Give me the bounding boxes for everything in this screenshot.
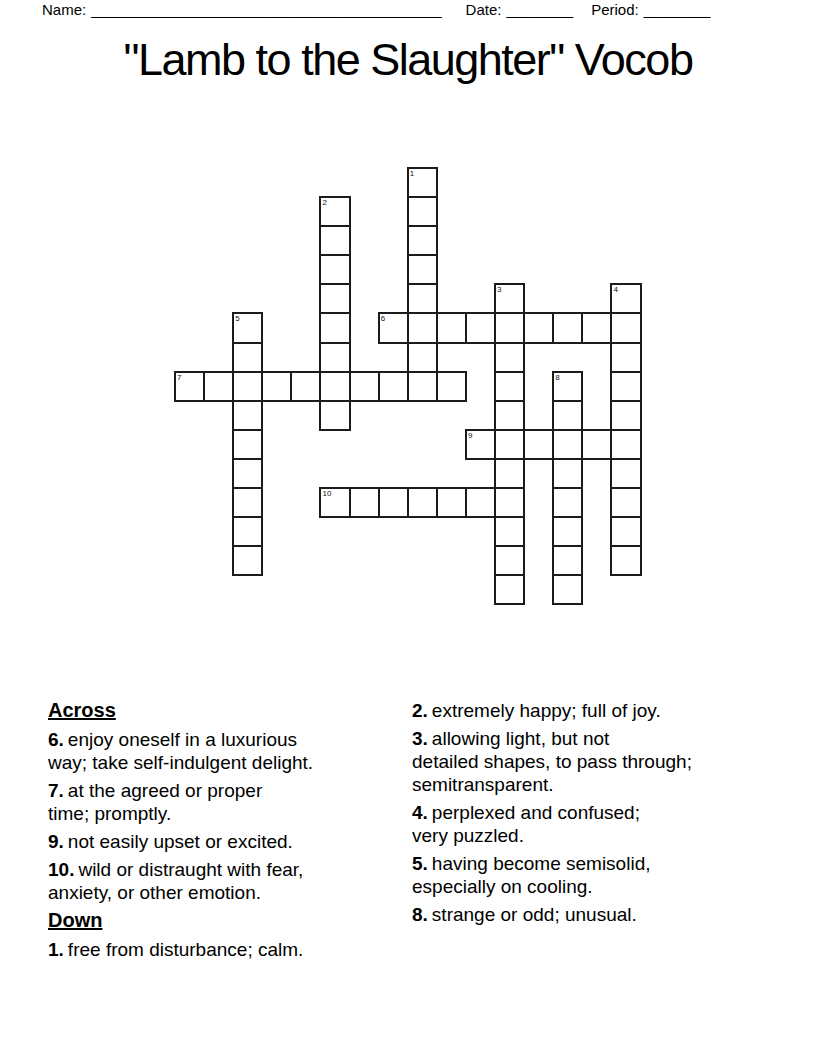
clue-down-1: 1.free from disturbance; calm. bbox=[48, 938, 393, 961]
cell-r5c12[interactable] bbox=[523, 312, 554, 343]
cell-r4c11[interactable]: 3 bbox=[494, 283, 525, 314]
cell-r11c2[interactable] bbox=[232, 487, 263, 518]
cell-r10c13[interactable] bbox=[552, 458, 583, 489]
cell-r8c5[interactable] bbox=[319, 400, 350, 431]
cell-number-1: 1 bbox=[410, 169, 414, 179]
cell-r7c5[interactable] bbox=[319, 371, 350, 402]
worksheet-header: Name:___________________________________… bbox=[0, 1, 816, 18]
cell-r0c8[interactable]: 1 bbox=[407, 167, 438, 198]
cell-r11c13[interactable] bbox=[552, 487, 583, 518]
cell-r12c11[interactable] bbox=[494, 516, 525, 547]
clue-text: detailed shapes, to pass through; bbox=[412, 751, 692, 772]
cell-r9c11[interactable] bbox=[494, 429, 525, 460]
cell-r7c8[interactable] bbox=[407, 371, 438, 402]
cell-r10c15[interactable] bbox=[610, 458, 641, 489]
cell-r11c5[interactable]: 10 bbox=[319, 487, 350, 518]
clue-text: extremely happy; full of joy. bbox=[432, 700, 661, 721]
cell-r1c5[interactable]: 2 bbox=[319, 196, 350, 227]
cell-r11c6[interactable] bbox=[349, 487, 380, 518]
cell-r14c11[interactable] bbox=[494, 574, 525, 605]
clue-number: 6. bbox=[48, 729, 64, 750]
cell-number-8: 8 bbox=[555, 373, 559, 383]
cell-r5c14[interactable] bbox=[581, 312, 612, 343]
cell-r4c8[interactable] bbox=[407, 283, 438, 314]
cell-r11c7[interactable] bbox=[378, 487, 409, 518]
cell-r7c2[interactable] bbox=[232, 371, 263, 402]
date-label: Date: bbox=[466, 1, 502, 18]
cell-r5c10[interactable] bbox=[465, 312, 496, 343]
cell-number-10: 10 bbox=[322, 489, 331, 499]
cell-r9c14[interactable] bbox=[581, 429, 612, 460]
cell-r11c10[interactable] bbox=[465, 487, 496, 518]
cell-number-3: 3 bbox=[497, 285, 501, 295]
cell-r9c2[interactable] bbox=[232, 429, 263, 460]
cell-number-9: 9 bbox=[468, 431, 472, 441]
cell-r3c5[interactable] bbox=[319, 254, 350, 285]
cell-r7c3[interactable] bbox=[261, 371, 292, 402]
crossword-grid: 12345678910 bbox=[175, 168, 641, 604]
cell-r12c13[interactable] bbox=[552, 516, 583, 547]
cell-r7c9[interactable] bbox=[436, 371, 467, 402]
clues-column-right: 2.extremely happy; full of joy. 3.allowi… bbox=[412, 699, 772, 931]
cell-r3c8[interactable] bbox=[407, 254, 438, 285]
cell-r5c9[interactable] bbox=[436, 312, 467, 343]
clue-number: 2. bbox=[412, 700, 428, 721]
clue-number: 4. bbox=[412, 802, 428, 823]
clue-text: way; take self-indulgent delight. bbox=[48, 752, 313, 773]
clue-down-3: 3.allowing light, but notdetailed shapes… bbox=[412, 727, 772, 796]
cell-r9c12[interactable] bbox=[523, 429, 554, 460]
cell-r7c6[interactable] bbox=[349, 371, 380, 402]
clue-text: perplexed and confused; bbox=[432, 802, 640, 823]
clue-down-8: 8.strange or odd; unusual. bbox=[412, 903, 772, 926]
clue-number: 5. bbox=[412, 853, 428, 874]
clue-number: 9. bbox=[48, 831, 64, 852]
cell-r13c15[interactable] bbox=[610, 545, 641, 576]
cell-r9c13[interactable] bbox=[552, 429, 583, 460]
clue-text: very puzzled. bbox=[412, 825, 524, 846]
cell-r11c11[interactable] bbox=[494, 487, 525, 518]
cell-r12c2[interactable] bbox=[232, 516, 263, 547]
clue-text: wild or distraught with fear, bbox=[78, 859, 303, 880]
cell-r13c2[interactable] bbox=[232, 545, 263, 576]
cell-r6c15[interactable] bbox=[610, 342, 641, 373]
cell-number-4: 4 bbox=[613, 285, 617, 295]
cell-r8c13[interactable] bbox=[552, 400, 583, 431]
cell-r2c8[interactable] bbox=[407, 225, 438, 256]
clue-text: having become semisolid, bbox=[432, 853, 651, 874]
clue-text: anxiety, or other emotion. bbox=[48, 882, 261, 903]
cell-r5c7[interactable]: 6 bbox=[378, 312, 409, 343]
period-blank-line[interactable]: ________ bbox=[644, 1, 711, 18]
clue-text: allowing light, but not bbox=[432, 728, 609, 749]
cell-r13c13[interactable] bbox=[552, 545, 583, 576]
clue-down-5: 5.having become semisolid,especially on … bbox=[412, 852, 772, 898]
cell-r6c2[interactable] bbox=[232, 342, 263, 373]
clues-column-left: Across 6.enjoy oneself in a luxuriousway… bbox=[48, 699, 393, 966]
cell-r11c9[interactable] bbox=[436, 487, 467, 518]
clue-number: 3. bbox=[412, 728, 428, 749]
clue-number: 10. bbox=[48, 859, 74, 880]
cell-r8c2[interactable] bbox=[232, 400, 263, 431]
cell-r5c8[interactable] bbox=[407, 312, 438, 343]
cell-number-2: 2 bbox=[322, 198, 326, 208]
clue-text: free from disturbance; calm. bbox=[68, 939, 303, 960]
cell-r8c15[interactable] bbox=[610, 400, 641, 431]
cell-r5c13[interactable] bbox=[552, 312, 583, 343]
clue-text: semitransparent. bbox=[412, 774, 554, 795]
cell-r7c1[interactable] bbox=[203, 371, 234, 402]
clue-across-10: 10.wild or distraught with fear,anxiety,… bbox=[48, 858, 393, 904]
cell-r11c8[interactable] bbox=[407, 487, 438, 518]
cell-r4c5[interactable] bbox=[319, 283, 350, 314]
cell-r5c2[interactable]: 5 bbox=[232, 312, 263, 343]
cell-r13c11[interactable] bbox=[494, 545, 525, 576]
period-label: Period: bbox=[591, 1, 639, 18]
cell-r7c4[interactable] bbox=[290, 371, 321, 402]
date-blank-line[interactable]: ________ bbox=[506, 1, 573, 18]
cell-r5c15[interactable] bbox=[610, 312, 641, 343]
cell-r6c11[interactable] bbox=[494, 342, 525, 373]
clue-text: enjoy oneself in a luxurious bbox=[68, 729, 297, 750]
cell-r9c15[interactable] bbox=[610, 429, 641, 460]
clue-down-4: 4.perplexed and confused;very puzzled. bbox=[412, 801, 772, 847]
cell-r2c5[interactable] bbox=[319, 225, 350, 256]
clue-across-6: 6.enjoy oneself in a luxuriousway; take … bbox=[48, 728, 393, 774]
cell-r7c11[interactable] bbox=[494, 371, 525, 402]
name-blank-line[interactable]: ________________________________________… bbox=[91, 1, 441, 18]
clue-text: time; promptly. bbox=[48, 803, 171, 824]
down-heading: Down bbox=[48, 909, 393, 932]
cell-number-7: 7 bbox=[177, 373, 181, 383]
cell-r6c8[interactable] bbox=[407, 342, 438, 373]
clue-text: at the agreed or proper bbox=[68, 780, 262, 801]
clue-number: 1. bbox=[48, 939, 64, 960]
name-label: Name: bbox=[42, 1, 86, 18]
clue-text: strange or odd; unusual. bbox=[432, 904, 637, 925]
cell-r7c7[interactable] bbox=[378, 371, 409, 402]
cell-r1c8[interactable] bbox=[407, 196, 438, 227]
cell-r7c13[interactable]: 8 bbox=[552, 371, 583, 402]
cell-r7c0[interactable]: 7 bbox=[174, 371, 205, 402]
cell-r5c5[interactable] bbox=[319, 312, 350, 343]
clue-number: 8. bbox=[412, 904, 428, 925]
clue-across-7: 7.at the agreed or propertime; promptly. bbox=[48, 779, 393, 825]
cell-r12c15[interactable] bbox=[610, 516, 641, 547]
cell-r5c11[interactable] bbox=[494, 312, 525, 343]
clue-down-2: 2.extremely happy; full of joy. bbox=[412, 699, 772, 722]
clue-text: not easily upset or excited. bbox=[68, 831, 293, 852]
clue-text: especially on cooling. bbox=[412, 876, 593, 897]
cell-number-6: 6 bbox=[381, 314, 385, 324]
across-heading: Across bbox=[48, 699, 393, 722]
cell-r10c11[interactable] bbox=[494, 458, 525, 489]
clue-number: 7. bbox=[48, 780, 64, 801]
cell-r14c13[interactable] bbox=[552, 574, 583, 605]
page-title: "Lamb to the Slaughter" Vocob bbox=[0, 34, 816, 86]
cell-number-5: 5 bbox=[235, 314, 239, 324]
cell-r7c15[interactable] bbox=[610, 371, 641, 402]
cell-r6c5[interactable] bbox=[319, 342, 350, 373]
cell-r8c11[interactable] bbox=[494, 400, 525, 431]
cell-r9c10[interactable]: 9 bbox=[465, 429, 496, 460]
clue-across-9: 9.not easily upset or excited. bbox=[48, 830, 393, 853]
cell-r4c15[interactable]: 4 bbox=[610, 283, 641, 314]
cell-r11c15[interactable] bbox=[610, 487, 641, 518]
cell-r10c2[interactable] bbox=[232, 458, 263, 489]
